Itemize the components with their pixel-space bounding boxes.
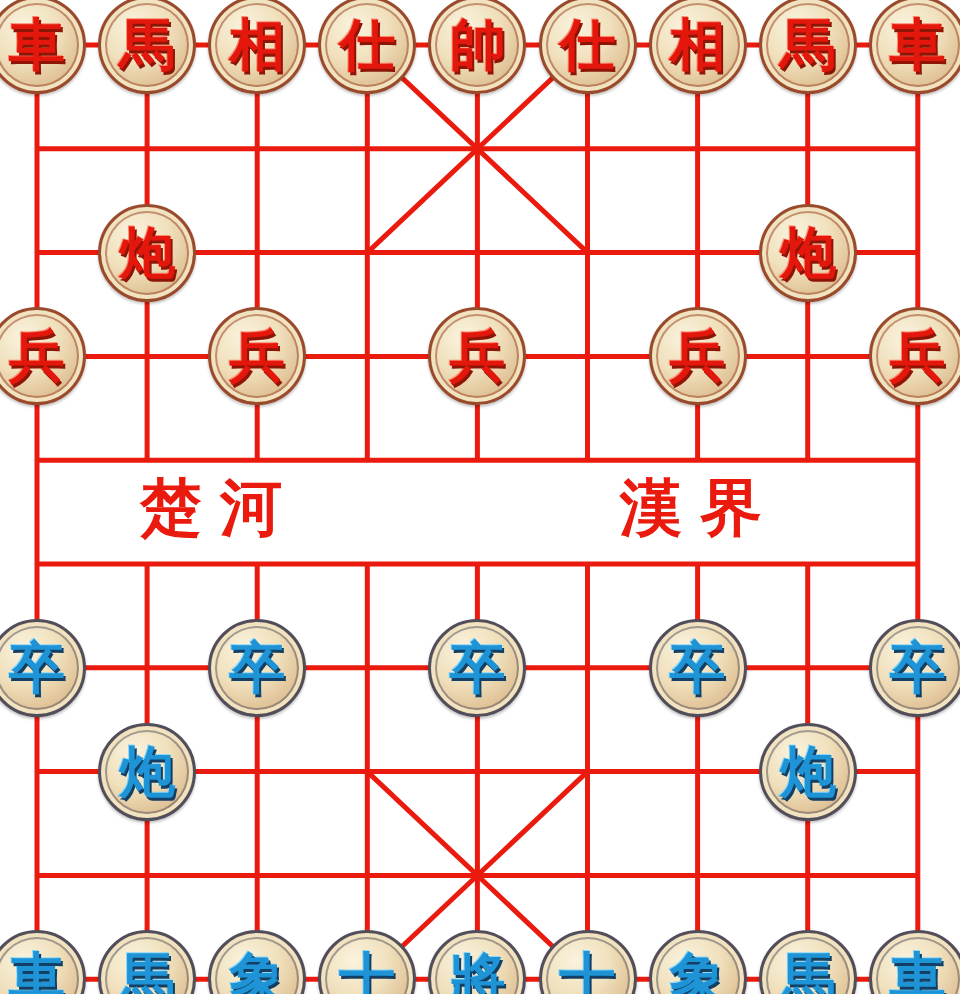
piece-glyph: 將 [449, 951, 505, 994]
piece-glyph: 士 [560, 951, 616, 994]
piece-glyph: 帥 [449, 17, 505, 73]
piece-red-cannon-left[interactable]: 炮 [98, 204, 196, 302]
piece-glyph: 車 [9, 17, 65, 73]
piece-glyph: 兵 [670, 328, 726, 384]
xiangqi-board: 楚河 漢界 車馬相仕帥仕相馬車炮炮兵兵兵兵兵卒卒卒卒卒炮炮車馬象士將士象馬車 [0, 0, 960, 994]
piece-glyph: 兵 [449, 328, 505, 384]
piece-glyph: 相 [229, 17, 285, 73]
piece-blue-cannon-right[interactable]: 炮 [759, 723, 857, 821]
piece-blue-soldier-4[interactable]: 卒 [649, 619, 747, 717]
piece-glyph: 象 [670, 951, 726, 994]
river-label-han-jie: 漢界 [620, 477, 780, 539]
piece-glyph: 炮 [119, 744, 175, 800]
piece-glyph: 兵 [229, 328, 285, 384]
piece-red-cannon-right[interactable]: 炮 [759, 204, 857, 302]
piece-red-advisor-right[interactable]: 仕 [539, 0, 637, 94]
piece-glyph: 卒 [670, 640, 726, 696]
river-label-chu-he: 楚河 [140, 477, 300, 539]
piece-glyph: 仕 [560, 17, 616, 73]
piece-glyph: 兵 [9, 328, 65, 384]
piece-glyph: 象 [229, 951, 285, 994]
piece-glyph: 車 [890, 951, 946, 994]
piece-glyph: 馬 [119, 17, 175, 73]
piece-blue-soldier-2[interactable]: 卒 [208, 619, 306, 717]
piece-glyph: 馬 [780, 951, 836, 994]
piece-glyph: 炮 [119, 225, 175, 281]
piece-red-elephant-right[interactable]: 相 [649, 0, 747, 94]
piece-glyph: 炮 [780, 225, 836, 281]
piece-blue-cannon-left[interactable]: 炮 [98, 723, 196, 821]
piece-glyph: 車 [890, 17, 946, 73]
piece-glyph: 馬 [780, 17, 836, 73]
piece-glyph: 車 [9, 951, 65, 994]
piece-glyph: 卒 [890, 640, 946, 696]
piece-glyph: 兵 [890, 328, 946, 384]
piece-red-horse-left[interactable]: 馬 [98, 0, 196, 94]
piece-glyph: 卒 [229, 640, 285, 696]
piece-red-soldier-2[interactable]: 兵 [208, 307, 306, 405]
piece-blue-soldier-3[interactable]: 卒 [428, 619, 526, 717]
piece-red-soldier-5[interactable]: 兵 [869, 307, 960, 405]
piece-glyph: 卒 [449, 640, 505, 696]
piece-glyph: 炮 [780, 744, 836, 800]
piece-glyph: 馬 [119, 951, 175, 994]
piece-blue-soldier-5[interactable]: 卒 [869, 619, 960, 717]
piece-glyph: 士 [339, 951, 395, 994]
piece-glyph: 卒 [9, 640, 65, 696]
piece-glyph: 仕 [339, 17, 395, 73]
piece-red-horse-right[interactable]: 馬 [759, 0, 857, 94]
piece-glyph: 相 [670, 17, 726, 73]
piece-red-soldier-4[interactable]: 兵 [649, 307, 747, 405]
